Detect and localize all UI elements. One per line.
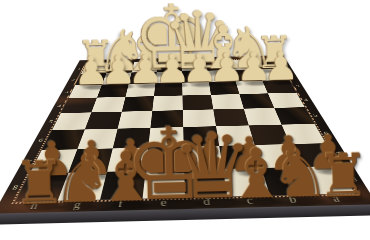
board-tilt-wrapper: hgfedcba 12345678 12345678 ♜♞♝♚♛♝♞♜♟♟♟♟♟… xyxy=(0,0,370,240)
piece-white-pawn-a2[interactable]: ♟ xyxy=(263,46,299,86)
chess-set-photo: hgfedcba 12345678 12345678 ♜♞♝♚♛♝♞♜♟♟♟♟♟… xyxy=(0,0,370,240)
pieces-layer: ♜♞♝♚♛♝♞♜♟♟♟♟♟♟♟♟♟♟♟♟♟♟♟♟♜♞♝♚♛♝♞♜ xyxy=(0,0,370,240)
piece-black-rook-a8[interactable]: ♜ xyxy=(316,145,370,206)
